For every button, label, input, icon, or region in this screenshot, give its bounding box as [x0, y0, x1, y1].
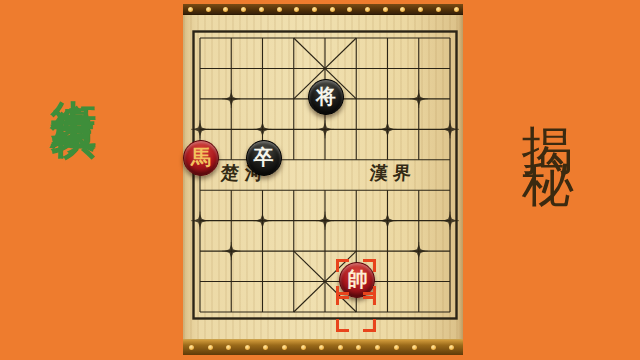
screenshot-root: 街邊象棋 揭秘 楚河 漢界 将卒馬帥	[0, 0, 640, 360]
piece-glyph: 将	[316, 79, 336, 113]
left-banner-title: 街邊象棋	[48, 64, 100, 304]
piece-black-soldier[interactable]: 卒	[246, 140, 282, 176]
river-label-han-jie: 漢界	[360, 162, 426, 184]
piece-glyph: 帥	[347, 262, 367, 296]
piece-red-general[interactable]: 帥	[339, 262, 375, 298]
piece-black-general[interactable]: 将	[308, 79, 344, 115]
piece-red-horse[interactable]: 馬	[183, 140, 219, 176]
piece-glyph: 馬	[191, 140, 211, 174]
board-panel: 楚河 漢界 将卒馬帥	[183, 4, 463, 354]
right-banner-title: 揭秘	[519, 84, 577, 284]
piece-glyph: 卒	[254, 140, 274, 174]
